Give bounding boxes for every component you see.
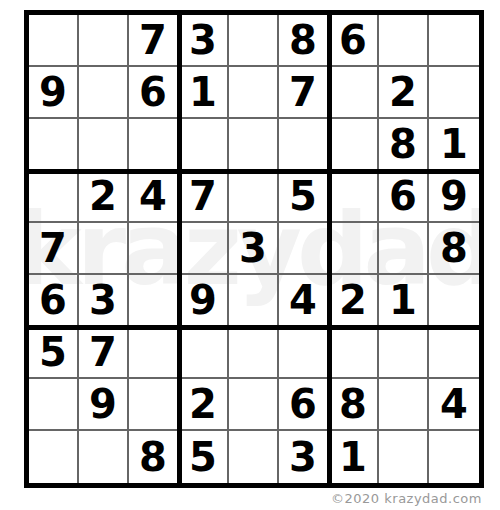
cell-r1c4[interactable]: 3 xyxy=(179,15,229,67)
cell-r5c3[interactable] xyxy=(129,223,179,275)
cell-r1c5[interactable] xyxy=(229,15,279,67)
cell-r1c3[interactable]: 7 xyxy=(129,15,179,67)
cell-r6c3[interactable] xyxy=(129,275,179,327)
cell-r7c7[interactable] xyxy=(329,327,379,379)
sudoku-board: krazydad 7386961728124756973863942157926… xyxy=(24,10,484,488)
cell-r1c1[interactable] xyxy=(29,15,79,67)
cell-r9c5[interactable] xyxy=(229,431,279,483)
cell-r8c8[interactable] xyxy=(379,379,429,431)
cell-r2c3[interactable]: 6 xyxy=(129,67,179,119)
cell-r5c1[interactable]: 7 xyxy=(29,223,79,275)
cell-r3c8[interactable]: 8 xyxy=(379,119,429,171)
cell-r7c8[interactable] xyxy=(379,327,429,379)
cell-r3c3[interactable] xyxy=(129,119,179,171)
cell-r4c6[interactable]: 5 xyxy=(279,171,329,223)
cell-r3c7[interactable] xyxy=(329,119,379,171)
cell-r2c4[interactable]: 1 xyxy=(179,67,229,119)
cell-r4c2[interactable]: 2 xyxy=(79,171,129,223)
cell-r7c9[interactable] xyxy=(429,327,479,379)
cell-r8c3[interactable] xyxy=(129,379,179,431)
cell-r8c6[interactable]: 6 xyxy=(279,379,329,431)
cell-r7c2[interactable]: 7 xyxy=(79,327,129,379)
cell-r4c8[interactable]: 6 xyxy=(379,171,429,223)
cell-r7c3[interactable] xyxy=(129,327,179,379)
cell-r6c4[interactable]: 9 xyxy=(179,275,229,327)
cell-r3c2[interactable] xyxy=(79,119,129,171)
cell-r6c7[interactable]: 2 xyxy=(329,275,379,327)
copyright-text: ©2020 krazydad.com xyxy=(331,491,482,506)
sudoku-page: krazydad 7386961728124756973863942157926… xyxy=(0,0,500,510)
cell-r8c5[interactable] xyxy=(229,379,279,431)
cell-r4c4[interactable]: 7 xyxy=(179,171,229,223)
sudoku-grid: 7386961728124756973863942157926848531 xyxy=(29,15,479,483)
cell-r5c2[interactable] xyxy=(79,223,129,275)
cell-r6c1[interactable]: 6 xyxy=(29,275,79,327)
cell-r5c9[interactable]: 8 xyxy=(429,223,479,275)
cell-r3c4[interactable] xyxy=(179,119,229,171)
cell-r2c6[interactable]: 7 xyxy=(279,67,329,119)
cell-r8c1[interactable] xyxy=(29,379,79,431)
cell-r6c5[interactable] xyxy=(229,275,279,327)
cell-r7c1[interactable]: 5 xyxy=(29,327,79,379)
cell-r9c6[interactable]: 3 xyxy=(279,431,329,483)
cell-r4c1[interactable] xyxy=(29,171,79,223)
cell-r2c9[interactable] xyxy=(429,67,479,119)
cell-r6c9[interactable] xyxy=(429,275,479,327)
cell-r1c6[interactable]: 8 xyxy=(279,15,329,67)
cell-r5c5[interactable]: 3 xyxy=(229,223,279,275)
cell-r6c8[interactable]: 1 xyxy=(379,275,429,327)
cell-r3c9[interactable]: 1 xyxy=(429,119,479,171)
cell-r3c5[interactable] xyxy=(229,119,279,171)
cell-r9c3[interactable]: 8 xyxy=(129,431,179,483)
cell-r2c2[interactable] xyxy=(79,67,129,119)
cell-r5c4[interactable] xyxy=(179,223,229,275)
cell-r1c8[interactable] xyxy=(379,15,429,67)
cell-r7c4[interactable] xyxy=(179,327,229,379)
cell-r8c2[interactable]: 9 xyxy=(79,379,129,431)
cell-r6c6[interactable]: 4 xyxy=(279,275,329,327)
cell-r2c1[interactable]: 9 xyxy=(29,67,79,119)
cell-r2c7[interactable] xyxy=(329,67,379,119)
cell-r1c7[interactable]: 6 xyxy=(329,15,379,67)
cell-r9c4[interactable]: 5 xyxy=(179,431,229,483)
cell-r9c7[interactable]: 1 xyxy=(329,431,379,483)
cell-r5c8[interactable] xyxy=(379,223,429,275)
cell-r3c1[interactable] xyxy=(29,119,79,171)
cell-r7c5[interactable] xyxy=(229,327,279,379)
cell-r2c5[interactable] xyxy=(229,67,279,119)
cell-r4c3[interactable]: 4 xyxy=(129,171,179,223)
cell-r5c6[interactable] xyxy=(279,223,329,275)
cell-r1c2[interactable] xyxy=(79,15,129,67)
cell-r6c2[interactable]: 3 xyxy=(79,275,129,327)
cell-r1c9[interactable] xyxy=(429,15,479,67)
cell-r4c9[interactable]: 9 xyxy=(429,171,479,223)
cell-r8c9[interactable]: 4 xyxy=(429,379,479,431)
cell-r9c1[interactable] xyxy=(29,431,79,483)
cell-r2c8[interactable]: 2 xyxy=(379,67,429,119)
cell-r8c7[interactable]: 8 xyxy=(329,379,379,431)
cell-r9c8[interactable] xyxy=(379,431,429,483)
cell-r7c6[interactable] xyxy=(279,327,329,379)
cell-r9c2[interactable] xyxy=(79,431,129,483)
cell-r4c7[interactable] xyxy=(329,171,379,223)
cell-r5c7[interactable] xyxy=(329,223,379,275)
cell-r3c6[interactable] xyxy=(279,119,329,171)
cell-r9c9[interactable] xyxy=(429,431,479,483)
cell-r4c5[interactable] xyxy=(229,171,279,223)
cell-r8c4[interactable]: 2 xyxy=(179,379,229,431)
